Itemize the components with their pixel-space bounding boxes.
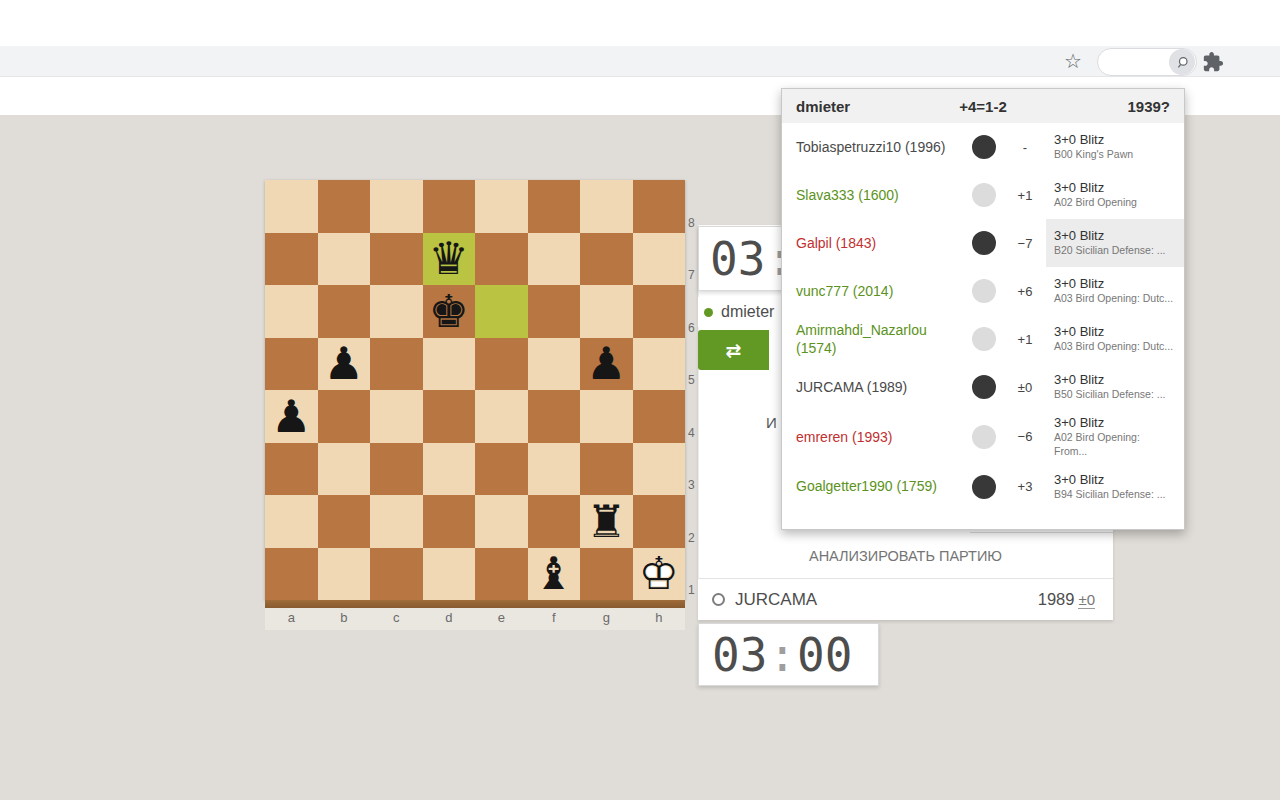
square-d4[interactable] [423, 390, 476, 443]
square-g8[interactable] [580, 180, 633, 233]
file-labels: abcdefgh [265, 608, 685, 630]
game-row-3[interactable]: Galpil (1843)−73+0 BlitzB20 Sicilian Def… [782, 219, 1184, 267]
game-info[interactable]: 3+0 BlitzB50 Sicilian Defense: ... [1046, 363, 1184, 411]
square-e8[interactable] [475, 180, 528, 233]
clock-white: 03:00 [698, 623, 879, 686]
black-king-d6[interactable]: ♚ [423, 285, 476, 338]
square-h4[interactable] [633, 390, 686, 443]
square-b8[interactable] [318, 180, 371, 233]
player-white-name[interactable]: JURCAMA [735, 590, 817, 610]
square-f5[interactable] [528, 338, 581, 391]
square-g3[interactable] [580, 443, 633, 496]
square-e3[interactable] [475, 443, 528, 496]
white-pieces-dot-icon [972, 327, 996, 351]
bookmark-star-icon[interactable]: ☆ [1060, 48, 1086, 74]
square-c3[interactable] [370, 443, 423, 496]
game-info[interactable]: 3+0 BlitzA03 Bird Opening: Dutc... [1046, 267, 1184, 315]
opponent-name[interactable]: Tobiaspetruzzi10 (1996) [796, 138, 964, 156]
black-bishop-f1[interactable]: ♝ [528, 548, 581, 601]
square-e2[interactable] [475, 495, 528, 548]
black-pieces-dot-icon [972, 231, 996, 255]
game-row-5[interactable]: Amirmahdi_Nazarlou(1574)+13+0 BlitzA03 B… [782, 315, 1184, 363]
square-f6[interactable] [528, 285, 581, 338]
square-c2[interactable] [370, 495, 423, 548]
square-e7[interactable] [475, 233, 528, 286]
square-d1[interactable] [423, 548, 476, 601]
square-g7[interactable] [580, 233, 633, 286]
game-row-7[interactable]: emreren (1993)−63+0 BlitzA02 Bird Openin… [782, 411, 1184, 463]
square-b2[interactable] [318, 495, 371, 548]
black-pawn-b5[interactable]: ♟ [318, 338, 371, 391]
online-dot-icon [704, 308, 713, 317]
board-bottom-edge [265, 600, 685, 608]
square-h7[interactable] [633, 233, 686, 286]
score-delta: ±0 [1004, 380, 1046, 395]
square-b6[interactable] [318, 285, 371, 338]
square-a5[interactable] [265, 338, 318, 391]
game-info[interactable]: 3+0 BlitzA02 Bird Opening:From... [1046, 411, 1184, 463]
opponent-name[interactable]: Galpil (1843) [796, 234, 964, 252]
square-b1[interactable] [318, 548, 371, 601]
square-f2[interactable] [528, 495, 581, 548]
chess-board[interactable]: ♛♚♟♟♟♜♝♚♔ [265, 180, 685, 600]
square-a6[interactable] [265, 285, 318, 338]
black-pieces-dot-icon [972, 475, 996, 499]
score-delta: −6 [1004, 429, 1046, 444]
game-row-6[interactable]: JURCAMA (1989)±03+0 BlitzB50 Sicilian De… [782, 363, 1184, 411]
game-list: Tobiaspetruzzi10 (1996)-3+0 BlitzB00 Kin… [782, 123, 1184, 511]
browser-toolbar [0, 46, 1280, 77]
white-king-h1[interactable]: ♚♔ [633, 548, 686, 601]
score-delta: +6 [1004, 284, 1046, 299]
white-pieces-dot-icon [972, 183, 996, 207]
opponent-name[interactable]: JURCAMA (1989) [796, 378, 964, 396]
game-info[interactable]: 3+0 BlitzB00 King's Pawn [1046, 123, 1184, 171]
file-label-f: f [528, 608, 581, 630]
square-d5[interactable] [423, 338, 476, 391]
score-delta: −7 [1004, 236, 1046, 251]
browser-tab-strip [0, 0, 1280, 46]
player-white-rating: 1989 [1038, 590, 1075, 609]
player-black-name[interactable]: dmieter [721, 303, 774, 321]
opponent-name[interactable]: emreren (1993) [796, 428, 964, 446]
square-h2[interactable] [633, 495, 686, 548]
black-pawn-g5[interactable]: ♟ [580, 338, 633, 391]
white-pieces-dot-icon [972, 279, 996, 303]
square-f8[interactable] [528, 180, 581, 233]
square-a1[interactable] [265, 548, 318, 601]
black-pieces-dot-icon [972, 135, 996, 159]
square-a2[interactable] [265, 495, 318, 548]
square-f3[interactable] [528, 443, 581, 496]
opponent-name[interactable]: Goalgetter1990 (1759) [796, 477, 964, 495]
square-b7[interactable] [318, 233, 371, 286]
square-g1[interactable] [580, 548, 633, 601]
square-a3[interactable] [265, 443, 318, 496]
square-c5[interactable] [370, 338, 423, 391]
black-rook-g2[interactable]: ♜ [580, 495, 633, 548]
search-input[interactable] [1097, 48, 1197, 76]
square-c6[interactable] [370, 285, 423, 338]
square-g4[interactable] [580, 390, 633, 443]
square-c7[interactable] [370, 233, 423, 286]
square-g6[interactable] [580, 285, 633, 338]
square-d2[interactable] [423, 495, 476, 548]
square-e1[interactable] [475, 548, 528, 601]
popup-player-name: dmieter [796, 98, 959, 115]
square-h3[interactable] [633, 443, 686, 496]
black-pieces-dot-icon [972, 375, 996, 399]
game-info[interactable]: 3+0 BlitzA03 Bird Opening: Dutc... [1046, 315, 1184, 363]
white-color-icon [712, 593, 725, 606]
square-c4[interactable] [370, 390, 423, 443]
square-a7[interactable] [265, 233, 318, 286]
popup-score-summary: +4=1-2 [959, 98, 1007, 115]
file-label-h: h [633, 608, 686, 630]
opponent-name[interactable]: Amirmahdi_Nazarlou(1574) [796, 321, 964, 357]
square-h5[interactable] [633, 338, 686, 391]
game-info[interactable]: 3+0 BlitzB94 Sicilian Defense: ... [1046, 463, 1184, 511]
opponent-name[interactable]: Slava333 (1600) [796, 186, 964, 204]
white-pieces-dot-icon [972, 425, 996, 449]
game-row-1[interactable]: Tobiaspetruzzi10 (1996)-3+0 BlitzB00 Kin… [782, 123, 1184, 171]
square-e5[interactable] [475, 338, 528, 391]
black-pawn-a4[interactable]: ♟ [265, 390, 318, 443]
square-b3[interactable] [318, 443, 371, 496]
file-label-c: c [370, 608, 423, 630]
square-f4[interactable] [528, 390, 581, 443]
game-row-8[interactable]: Goalgetter1990 (1759)+33+0 BlitzB94 Sici… [782, 463, 1184, 511]
search-icon[interactable] [1169, 49, 1195, 75]
popup-header: dmieter +4=1-2 1939? [782, 89, 1184, 123]
opponent-games-popup: dmieter +4=1-2 1939? Tobiaspetruzzi10 (1… [781, 88, 1185, 530]
game-info[interactable]: 3+0 BlitzB20 Sicilian Defense: ... [1046, 219, 1184, 267]
file-label-g: g [580, 608, 633, 630]
game-row-2[interactable]: Slava333 (1600)+13+0 BlitzA02 Bird Openi… [782, 171, 1184, 219]
analyze-game-button[interactable]: АНАЛИЗИРОВАТЬ ПАРТИЮ [698, 538, 1113, 574]
popup-player-rating: 1939? [1007, 98, 1170, 115]
square-d3[interactable] [423, 443, 476, 496]
file-label-b: b [318, 608, 371, 630]
score-delta: +3 [1004, 479, 1046, 494]
square-d8[interactable] [423, 180, 476, 233]
square-b4[interactable] [318, 390, 371, 443]
square-h8[interactable] [633, 180, 686, 233]
score-delta: - [1004, 140, 1046, 155]
extensions-puzzle-icon[interactable] [1202, 51, 1224, 73]
square-c8[interactable] [370, 180, 423, 233]
status-text-fragment: И [766, 414, 777, 431]
screen: ☆ ♛♚♟♟♟♜♝♚♔ abcdefgh 87654321 03:00 dmie… [0, 0, 1280, 800]
square-a8[interactable] [265, 180, 318, 233]
player-white-row: JURCAMA 1989 ±0 [698, 578, 1113, 620]
score-delta: +1 [1004, 332, 1046, 347]
score-delta: +1 [1004, 188, 1046, 203]
opponent-name[interactable]: vunc777 (2014) [796, 282, 964, 300]
rematch-button[interactable]: ⇄ [698, 330, 769, 370]
game-info[interactable]: 3+0 BlitzA02 Bird Opening [1046, 171, 1184, 219]
square-f7[interactable] [528, 233, 581, 286]
file-label-a: a [265, 608, 318, 630]
game-row-4[interactable]: vunc777 (2014)+63+0 BlitzA03 Bird Openin… [782, 267, 1184, 315]
square-c1[interactable] [370, 548, 423, 601]
square-e4[interactable] [475, 390, 528, 443]
player-white-rating-diff: ±0 [1078, 591, 1095, 609]
file-label-e: e [475, 608, 528, 630]
sidebar-divider [970, 532, 1113, 533]
square-h6[interactable] [633, 285, 686, 338]
file-label-d: d [423, 608, 476, 630]
black-queen-d7[interactable]: ♛ [423, 233, 476, 286]
square-e6[interactable] [475, 285, 528, 338]
